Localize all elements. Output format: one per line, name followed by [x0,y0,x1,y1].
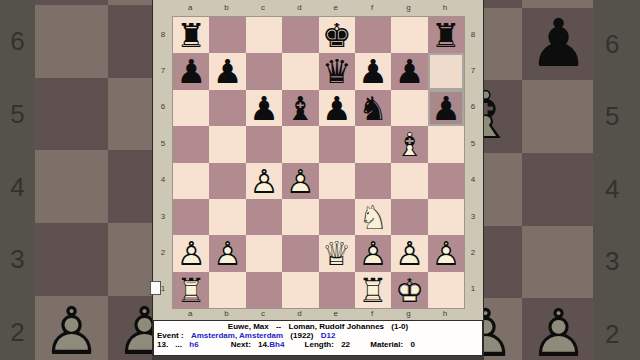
file-label-e: e [318,309,354,318]
square-b8[interactable] [209,17,245,53]
file-label-b: b [208,3,244,12]
move-list-handle[interactable] [150,281,161,295]
piece-bp[interactable]: ♟ [209,53,245,89]
next-move-link[interactable]: Bh4 [269,340,284,349]
players-line: Euwe, Max -- Loman, Rudolf Johannes (1-0… [157,322,479,331]
square-b3[interactable] [209,199,245,235]
bg-rank-number-6: 6 [593,29,640,60]
bg-square: ♟♙ [522,298,593,360]
moves-line: 13. ... h6 Next: 14.Bh4 Length: 22 Mater… [157,340,479,349]
square-g8[interactable] [391,17,427,53]
bg-rank-number-5: 5 [0,99,35,130]
bg-square: ♝♗ [483,80,522,153]
move-ellipsis: ... [175,340,182,349]
piece-bp[interactable]: ♟ [391,53,427,89]
piece-wp[interactable]: ♟♙ [282,163,318,199]
file-label-c: c [245,309,281,318]
bg-square [35,150,108,223]
square-f3[interactable]: ♞♘ [355,199,391,235]
square-e8[interactable]: ♚ [319,17,355,53]
game-info-panel: Euwe, Max -- Loman, Rudolf Johannes (1-0… [153,320,483,356]
event-year: (1922) [290,331,313,340]
square-h3[interactable] [428,199,464,235]
piece-bk[interactable]: ♚ [319,17,355,53]
file-labels-bottom: abcdefgh [172,309,463,318]
rank-label-7: 7 [155,52,171,88]
square-g5[interactable]: ♝♗ [391,126,427,162]
bg-square: ♟♙ [108,296,152,360]
square-f6[interactable]: ♞ [355,90,391,126]
rank-labels-left: 87654321 [155,16,171,307]
piece-bb[interactable]: ♝ [282,90,318,126]
square-c8[interactable] [246,17,282,53]
rank-label-7: 7 [464,52,482,88]
file-label-a: a [172,3,208,12]
bg-square [483,0,522,8]
file-label-c: c [245,3,281,12]
square-g4[interactable] [391,163,427,199]
piece-wp[interactable]: ♟♙ [209,235,245,271]
rank-label-4: 4 [155,162,171,198]
file-label-h: h [427,309,463,318]
bg-rank-number-6: 6 [0,26,35,57]
square-b1[interactable] [209,272,245,308]
square-h8[interactable]: ♜ [428,17,464,53]
file-label-g: g [390,309,426,318]
next-move-number: 14. [258,340,269,349]
bg-square [35,223,108,296]
next-label: Next: [231,340,251,349]
material-label: Material: [370,340,403,349]
file-label-a: a [172,309,208,318]
square-b7[interactable]: ♟ [209,53,245,89]
chess-board: ♜♚♜♟♟♛♟♟♟♝♟♞♟♝♗♟♙♟♙♞♘♟♙♟♙♛♕♟♙♟♙♟♙♜♖♜♖♚♔ [172,16,465,309]
square-e5[interactable] [319,126,355,162]
rank-label-5: 5 [464,125,482,161]
square-g6[interactable] [391,90,427,126]
board-frame: abcdefgh abcdefgh 87654321 87654321 ♜♚♜♟… [153,0,483,320]
bg-board-left: ♟♙♟♙ [35,0,152,360]
square-a8[interactable]: ♜ [173,17,209,53]
piece-br[interactable]: ♜ [173,17,209,53]
piece-bp[interactable]: ♟ [319,90,355,126]
square-g2[interactable]: ♟♙ [391,235,427,271]
bg-square [108,78,152,151]
file-labels-top: abcdefgh [172,3,463,12]
bg-square [483,226,522,299]
rank-label-6: 6 [464,89,482,125]
bg-square: ♟♙ [483,298,522,360]
piece-bp[interactable]: ♟ [173,53,209,89]
square-a3[interactable] [173,199,209,235]
square-e1[interactable] [319,272,355,308]
square-f7[interactable]: ♟ [355,53,391,89]
bg-rank-number-3: 3 [0,244,35,275]
square-h1[interactable] [428,272,464,308]
rank-label-2: 2 [464,234,482,270]
piece-wp[interactable]: ♟♙ [246,163,282,199]
square-d8[interactable] [282,17,318,53]
rank-label-6: 6 [155,89,171,125]
file-label-f: f [354,309,390,318]
square-f5[interactable] [355,126,391,162]
square-e2[interactable]: ♛♕ [319,235,355,271]
file-label-d: d [281,309,317,318]
bg-square [483,8,522,81]
bg-square [35,5,108,78]
piece-bp[interactable]: ♟ [246,90,282,126]
piece-bn[interactable]: ♞ [355,90,391,126]
piece-wr[interactable]: ♜♖ [355,272,391,308]
square-a5[interactable] [173,126,209,162]
bg-square [108,223,152,296]
square-c4[interactable]: ♟♙ [246,163,282,199]
event-link[interactable]: Amsterdam, Amsterdam [191,331,283,340]
current-move-link[interactable]: h6 [189,340,198,349]
file-label-e: e [318,3,354,12]
square-d5[interactable] [282,126,318,162]
square-e7[interactable]: ♛ [319,53,355,89]
length-value: 22 [341,340,350,349]
video-frame: 65432 ♟♙♟♙ ♟♝♗♟♙♟♙ 65432 abcdefgh abcdef… [0,0,640,360]
square-h4[interactable] [428,163,464,199]
eco-code-link[interactable]: D12 [321,331,336,340]
bg-rank-number-4: 4 [0,172,35,203]
bg-board-right: ♟♝♗♟♙♟♙ [483,0,593,360]
piece-br[interactable]: ♜ [428,17,464,53]
square-b5[interactable] [209,126,245,162]
bg-rank-rail-right: 65432 [593,0,640,360]
square-e4[interactable] [319,163,355,199]
bg-square [35,78,108,151]
bg-rank-number-3: 3 [593,246,640,277]
piece-wp[interactable]: ♟♙ [391,235,427,271]
square-c1[interactable] [246,272,282,308]
square-h6[interactable]: ♟ [428,90,464,126]
square-d3[interactable] [282,199,318,235]
piece-wk[interactable]: ♚♔ [391,272,427,308]
bg-square [522,153,593,226]
bg-rank-rail-left: 65432 [0,0,35,360]
event-line: Event : Amsterdam, Amsterdam (1922) D12 [157,331,479,340]
piece-wq[interactable]: ♛♕ [319,235,355,271]
event-label: Event : [157,331,184,340]
bg-rank-number-5: 5 [593,101,640,132]
bg-rank-number-2: 2 [0,317,35,348]
square-a7[interactable]: ♟ [173,53,209,89]
square-a4[interactable] [173,163,209,199]
black-player: Loman, Rudolf Johannes [289,322,385,331]
square-f2[interactable]: ♟♙ [355,235,391,271]
piece-bq[interactable]: ♛ [319,53,355,89]
bg-rank-number-2: 2 [593,319,640,350]
rank-label-5: 5 [155,125,171,161]
square-b6[interactable] [209,90,245,126]
rank-label-4: 4 [464,162,482,198]
square-c7[interactable] [246,53,282,89]
square-g3[interactable] [391,199,427,235]
rank-label-8: 8 [155,16,171,52]
square-g7[interactable]: ♟ [391,53,427,89]
square-h5[interactable] [428,126,464,162]
game-result: (1-0) [391,322,408,331]
square-c3[interactable] [246,199,282,235]
square-f1[interactable]: ♜♖ [355,272,391,308]
piece-bp[interactable]: ♟ [428,90,464,126]
piece-wp[interactable]: ♟♙ [173,235,209,271]
bg-square [108,150,152,223]
square-g1[interactable]: ♚♔ [391,272,427,308]
file-label-h: h [427,3,463,12]
square-f4[interactable] [355,163,391,199]
move-number: 13. [157,340,168,349]
square-d4[interactable]: ♟♙ [282,163,318,199]
square-a2[interactable]: ♟♙ [173,235,209,271]
file-label-g: g [390,3,426,12]
rank-label-3: 3 [464,198,482,234]
square-d6[interactable]: ♝ [282,90,318,126]
piece-wb[interactable]: ♝♗ [391,126,427,162]
rank-label-1: 1 [464,271,482,307]
square-a6[interactable] [173,90,209,126]
file-label-d: d [281,3,317,12]
bg-bottom-strip [152,356,484,360]
square-d2[interactable] [282,235,318,271]
bg-square [483,153,522,226]
white-player: Euwe, Max [228,322,269,331]
square-e6[interactable]: ♟ [319,90,355,126]
square-f8[interactable] [355,17,391,53]
square-a1[interactable]: ♜♖ [173,272,209,308]
piece-wp[interactable]: ♟♙ [355,235,391,271]
square-b4[interactable] [209,163,245,199]
file-label-f: f [354,3,390,12]
square-c2[interactable] [246,235,282,271]
bg-square [522,226,593,299]
bg-rank-number-4: 4 [593,174,640,205]
rank-label-2: 2 [155,234,171,270]
square-e3[interactable] [319,199,355,235]
chess-app-window: abcdefgh abcdefgh 87654321 87654321 ♜♚♜♟… [152,0,484,356]
bg-square [522,80,593,153]
file-label-b: b [208,309,244,318]
length-label: Length: [305,340,334,349]
piece-bp[interactable]: ♟ [355,53,391,89]
bg-square [108,5,152,78]
square-d1[interactable] [282,272,318,308]
square-b2[interactable]: ♟♙ [209,235,245,271]
players-separator: -- [276,322,281,331]
square-c5[interactable] [246,126,282,162]
piece-wn[interactable]: ♞♘ [355,199,391,235]
material-value: 0 [410,340,414,349]
rank-label-8: 8 [464,16,482,52]
square-d7[interactable] [282,53,318,89]
rank-labels-right: 87654321 [464,16,482,307]
rank-label-3: 3 [155,198,171,234]
square-h2[interactable]: ♟♙ [428,235,464,271]
piece-wp[interactable]: ♟♙ [428,235,464,271]
piece-wr[interactable]: ♜♖ [173,272,209,308]
bg-square: ♟♙ [35,296,108,360]
square-c6[interactable]: ♟ [246,90,282,126]
bg-square: ♟ [522,8,593,81]
square-h7[interactable] [428,53,464,89]
